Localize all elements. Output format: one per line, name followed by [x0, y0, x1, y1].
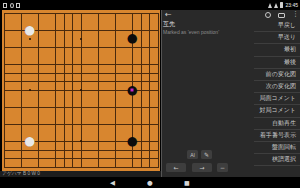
notification-icons [3, 3, 20, 8]
stone-white-dc: ● [25, 26, 34, 35]
go-board[interactable]: ●●●●● [2, 10, 160, 171]
hoshi-point [77, 137, 86, 146]
notification-icon-2 [10, 3, 14, 8]
captures-text: アゲハマ B 0 W 0 [2, 171, 40, 176]
hoshi-point [77, 86, 86, 95]
android-nav-bar: ◀ ● ■ [0, 177, 300, 188]
clock-text: 23:45 [285, 2, 298, 8]
menu-item-8[interactable]: 対局コメント [254, 105, 300, 117]
notification-icon-1 [3, 3, 7, 8]
hoshi-dot [80, 89, 82, 91]
edit-pencil-button[interactable]: ✎ [201, 150, 212, 159]
hoshi-dot [80, 38, 82, 40]
menu-item-2[interactable]: 早送り [254, 32, 300, 44]
hoshi-point [25, 86, 34, 95]
hoshi-dot [29, 38, 31, 40]
nav-home-icon[interactable]: ● [147, 177, 153, 188]
game-subtitle: Marked as 'even position' [163, 29, 219, 35]
ai-button[interactable]: AI [187, 150, 198, 159]
black-stone: ● [127, 137, 138, 146]
stone-black-pp: ● [128, 137, 137, 146]
hoshi-point [77, 34, 86, 43]
nav-back-icon[interactable]: ◀ [110, 177, 115, 188]
stone-white-dp: ● [25, 137, 34, 146]
hoshi-dot [29, 89, 31, 91]
menu-item-1[interactable]: 早戻し [254, 20, 300, 32]
menu-item-4[interactable]: 最後 [254, 57, 300, 69]
status-icons: 23:45 [268, 2, 298, 8]
black-stone: ● [127, 34, 138, 43]
stone-black-pj: ● [128, 86, 137, 95]
screen: 23:45 ●●●●● アゲハマ B 0 W 0 ← ⋮ 互先 Marked a… [0, 0, 300, 188]
last-move-marker [131, 88, 134, 91]
circle-icon[interactable] [265, 12, 271, 18]
folder-icon[interactable] [278, 13, 285, 18]
hoshi-dot [80, 140, 82, 142]
overflow-menu-icon[interactable]: ⋮ [292, 10, 299, 19]
menu-item-12[interactable]: 棋譜選択 [254, 154, 300, 166]
back-arrow-icon[interactable]: ← [165, 10, 172, 19]
menu-item-11[interactable]: 盤面回転 [254, 142, 300, 154]
white-stone: ● [24, 137, 35, 146]
next-move-button[interactable]: → [192, 163, 212, 173]
menu-item-9[interactable]: 自動再生 [254, 118, 300, 130]
menu-list: 早戻し早送り最初最後前の変化図次の変化図局面コメント対局コメント自動再生着手番号… [254, 20, 300, 166]
stone-black-pd: ● [128, 34, 137, 43]
more-button[interactable]: − [217, 163, 228, 173]
menu-item-10[interactable]: 着手番号表示 [254, 130, 300, 142]
menu-item-6[interactable]: 次の変化図 [254, 81, 300, 93]
menu-item-7[interactable]: 局面コメント [254, 93, 300, 105]
stone-layer: ●●●●● [0, 9, 162, 171]
battery-icon [280, 2, 283, 8]
signal-icon [274, 3, 278, 8]
notification-icon-3 [16, 3, 20, 8]
prev-move-button[interactable]: ← [166, 163, 186, 173]
white-stone: ● [24, 26, 35, 35]
side-panel: ← ⋮ 互先 Marked as 'even position' 早戻し早送り最… [162, 10, 300, 177]
menu-item-3[interactable]: 最初 [254, 44, 300, 56]
game-title: 互先 [163, 21, 175, 28]
nav-recents-icon[interactable]: ■ [184, 177, 190, 188]
menu-item-5[interactable]: 前の変化図 [254, 69, 300, 81]
wifi-icon [268, 3, 272, 8]
